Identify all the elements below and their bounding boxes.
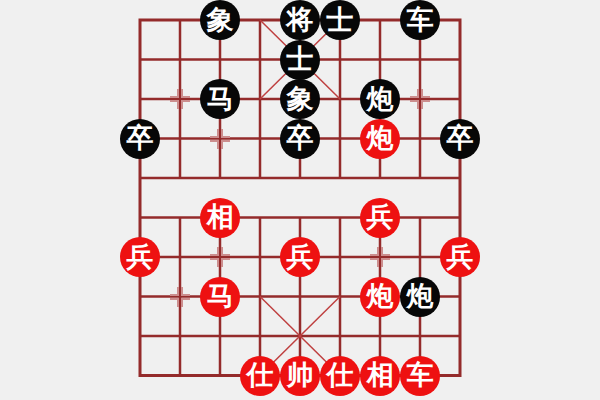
piece-black-advisor[interactable]: 士 — [280, 40, 320, 80]
piece-black-soldier[interactable]: 卒 — [120, 119, 160, 159]
piece-black-soldier[interactable]: 卒 — [440, 119, 480, 159]
point-marker-corner — [221, 247, 230, 256]
point-marker-corner — [210, 258, 219, 267]
piece-red-elephant[interactable]: 相 — [360, 356, 400, 396]
point-marker-corner — [181, 287, 190, 296]
point-marker — [209, 246, 231, 268]
piece-red-chariot[interactable]: 车 — [400, 356, 440, 396]
point-marker-corner — [181, 298, 190, 307]
point-marker — [369, 246, 391, 268]
piece-red-horse[interactable]: 马 — [200, 277, 240, 317]
piece-red-cannon[interactable]: 炮 — [360, 119, 400, 159]
piece-black-cannon[interactable]: 炮 — [360, 79, 400, 119]
point-marker-corner — [221, 258, 230, 267]
piece-black-elephant[interactable]: 象 — [200, 0, 240, 40]
point-marker-corner — [421, 100, 430, 109]
point-marker-corner — [410, 100, 419, 109]
point-marker-corner — [381, 258, 390, 267]
point-marker — [169, 286, 191, 308]
point-marker-corner — [421, 89, 430, 98]
xiangqi-board[interactable]: 象将士车士马象炮卒卒炮卒相兵兵兵兵马炮炮仕帅仕相车 — [120, 0, 480, 395]
point-marker-corner — [210, 140, 219, 149]
point-marker-corner — [181, 89, 190, 98]
point-marker-corner — [170, 287, 179, 296]
point-marker-corner — [210, 129, 219, 138]
point-marker — [169, 88, 191, 110]
point-marker-corner — [170, 298, 179, 307]
piece-red-soldier[interactable]: 兵 — [360, 198, 400, 238]
piece-black-cannon[interactable]: 炮 — [400, 277, 440, 317]
point-marker-corner — [381, 247, 390, 256]
point-marker-corner — [370, 258, 379, 267]
piece-black-soldier[interactable]: 卒 — [280, 119, 320, 159]
point-marker — [409, 88, 431, 110]
piece-black-horse[interactable]: 马 — [200, 79, 240, 119]
point-marker-corner — [170, 89, 179, 98]
point-marker-corner — [221, 129, 230, 138]
point-marker-corner — [170, 100, 179, 109]
point-marker-corner — [181, 100, 190, 109]
piece-red-cannon[interactable]: 炮 — [360, 277, 400, 317]
piece-red-soldier[interactable]: 兵 — [440, 237, 480, 277]
piece-red-soldier[interactable]: 兵 — [280, 237, 320, 277]
piece-black-elephant[interactable]: 象 — [280, 79, 320, 119]
piece-black-general[interactable]: 将 — [280, 0, 320, 40]
piece-black-advisor[interactable]: 士 — [320, 0, 360, 40]
piece-black-chariot[interactable]: 车 — [400, 0, 440, 40]
piece-red-elephant[interactable]: 相 — [200, 198, 240, 238]
piece-red-advisor[interactable]: 仕 — [240, 356, 280, 396]
point-marker-corner — [221, 140, 230, 149]
piece-red-general[interactable]: 帅 — [280, 356, 320, 396]
point-marker-corner — [370, 247, 379, 256]
point-marker — [209, 128, 231, 150]
xiangqi-app: 象将士车士马象炮卒卒炮卒相兵兵兵兵马炮炮仕帅仕相车 — [0, 0, 600, 400]
point-marker-corner — [410, 89, 419, 98]
piece-red-soldier[interactable]: 兵 — [120, 237, 160, 277]
piece-red-advisor[interactable]: 仕 — [320, 356, 360, 396]
point-marker-corner — [210, 247, 219, 256]
